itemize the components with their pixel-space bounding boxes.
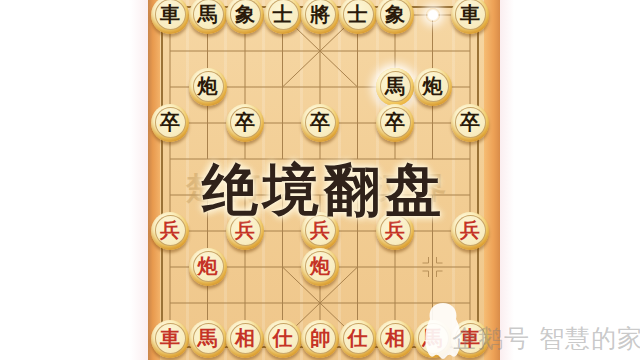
- piece-glyph: 卒: [160, 112, 180, 132]
- piece-glyph: 仕: [348, 328, 368, 348]
- piece-glyph: 炮: [310, 256, 330, 276]
- piece-glyph: 卒: [235, 112, 255, 132]
- piece-glyph: 帥: [310, 328, 330, 348]
- piece-black-soldier[interactable]: 卒: [151, 104, 189, 142]
- piece-red-elephant[interactable]: 相: [226, 320, 264, 358]
- right-letterbox-panel: [500, 0, 640, 360]
- piece-red-soldier[interactable]: 兵: [151, 212, 189, 250]
- piece-glyph: 象: [385, 4, 405, 24]
- piece-glyph: 卒: [460, 112, 480, 132]
- piece-glyph: 士: [273, 4, 293, 24]
- piece-glyph: 馬: [385, 76, 405, 96]
- piece-black-cannon[interactable]: 炮: [189, 68, 227, 106]
- piece-glyph: 車: [460, 4, 480, 24]
- piece-glyph: 象: [235, 4, 255, 24]
- piece-red-general[interactable]: 帥: [301, 320, 339, 358]
- piece-black-soldier[interactable]: 卒: [451, 104, 489, 142]
- piece-glyph: 卒: [310, 112, 330, 132]
- piece-red-soldier[interactable]: 兵: [451, 212, 489, 250]
- piece-red-cannon[interactable]: 炮: [301, 248, 339, 286]
- piece-glyph: 兵: [460, 220, 480, 240]
- piece-black-advisor[interactable]: 士: [339, 0, 377, 34]
- video-frame: 楚河 汉界 車馬象士將士象車炮馬炮卒卒卒卒卒兵兵兵兵兵炮炮車馬相仕帥仕相馬車 绝…: [0, 0, 640, 360]
- piece-red-elephant[interactable]: 相: [376, 320, 414, 358]
- piece-glyph: 相: [385, 328, 405, 348]
- piece-black-general[interactable]: 將: [301, 0, 339, 34]
- piece-glyph: 將: [310, 4, 330, 24]
- piece-black-soldier[interactable]: 卒: [376, 104, 414, 142]
- left-letterbox-panel: [0, 0, 148, 360]
- piece-glyph: 車: [160, 4, 180, 24]
- piece-glyph: 炮: [423, 76, 443, 96]
- piece-black-horse[interactable]: 馬: [376, 68, 414, 106]
- piece-glyph: 仕: [273, 328, 293, 348]
- piece-black-chariot[interactable]: 車: [451, 0, 489, 34]
- piece-red-advisor[interactable]: 仕: [339, 320, 377, 358]
- piece-red-advisor[interactable]: 仕: [264, 320, 302, 358]
- piece-black-horse[interactable]: 馬: [189, 0, 227, 34]
- piece-glyph: 炮: [198, 256, 218, 276]
- piece-black-elephant[interactable]: 象: [376, 0, 414, 34]
- piece-red-chariot[interactable]: 車: [151, 320, 189, 358]
- piece-black-soldier[interactable]: 卒: [226, 104, 264, 142]
- title-overlay: 绝境翻盘: [202, 153, 446, 229]
- piece-black-elephant[interactable]: 象: [226, 0, 264, 34]
- piece-glyph: 馬: [198, 4, 218, 24]
- piece-black-chariot[interactable]: 車: [151, 0, 189, 34]
- piece-glyph: 車: [160, 328, 180, 348]
- piece-red-horse[interactable]: 馬: [189, 320, 227, 358]
- piece-glyph: 相: [235, 328, 255, 348]
- watermark-text: 企鹅号 智慧的家长: [452, 322, 640, 355]
- piece-glyph: 兵: [160, 220, 180, 240]
- piece-glyph: 馬: [198, 328, 218, 348]
- piece-glyph: 士: [348, 4, 368, 24]
- piece-glyph: 炮: [198, 76, 218, 96]
- piece-red-cannon[interactable]: 炮: [189, 248, 227, 286]
- piece-black-soldier[interactable]: 卒: [301, 104, 339, 142]
- piece-glyph: 卒: [385, 112, 405, 132]
- last-move-origin-dot: [426, 8, 440, 22]
- piece-black-cannon[interactable]: 炮: [414, 68, 452, 106]
- piece-black-advisor[interactable]: 士: [264, 0, 302, 34]
